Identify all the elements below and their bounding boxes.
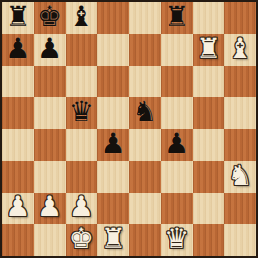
square-c6[interactable] [66,66,98,98]
square-b3[interactable] [34,161,66,193]
square-h3[interactable]: ♞ [224,161,256,193]
square-a1[interactable] [2,224,34,256]
white-knight[interactable]: ♞ [228,162,253,190]
square-d4[interactable]: ♟ [97,129,129,161]
square-e2[interactable] [129,193,161,225]
square-g1[interactable] [193,224,225,256]
white-bishop[interactable]: ♝ [228,35,253,63]
square-b1[interactable] [34,224,66,256]
square-c3[interactable] [66,161,98,193]
square-h6[interactable] [224,66,256,98]
white-king[interactable]: ♚ [69,225,94,253]
white-pawn[interactable]: ♟ [69,193,94,221]
square-d3[interactable] [97,161,129,193]
black-knight[interactable]: ♞ [132,98,157,126]
black-bishop[interactable]: ♝ [69,3,94,31]
square-f6[interactable] [161,66,193,98]
square-g7[interactable]: ♜ [193,34,225,66]
square-d7[interactable] [97,34,129,66]
square-d1[interactable]: ♜ [97,224,129,256]
black-pawn[interactable]: ♟ [164,130,189,158]
square-f1[interactable]: ♛ [161,224,193,256]
square-a4[interactable] [2,129,34,161]
chess-board: ♜♚♝♜♟♟♜♝♛♞♟♟♞♟♟♟♚♜♛ [2,2,256,256]
square-e4[interactable] [129,129,161,161]
square-f7[interactable] [161,34,193,66]
black-pawn[interactable]: ♟ [101,130,126,158]
square-f8[interactable]: ♜ [161,2,193,34]
square-f4[interactable]: ♟ [161,129,193,161]
square-a5[interactable] [2,97,34,129]
square-h1[interactable] [224,224,256,256]
square-a2[interactable]: ♟ [2,193,34,225]
square-h5[interactable] [224,97,256,129]
square-c5[interactable]: ♛ [66,97,98,129]
square-d5[interactable] [97,97,129,129]
square-b5[interactable] [34,97,66,129]
square-d8[interactable] [97,2,129,34]
square-e7[interactable] [129,34,161,66]
black-pawn[interactable]: ♟ [5,35,30,63]
square-g6[interactable] [193,66,225,98]
black-rook[interactable]: ♜ [5,3,30,31]
square-a3[interactable] [2,161,34,193]
white-pawn[interactable]: ♟ [5,193,30,221]
square-g3[interactable] [193,161,225,193]
square-e5[interactable]: ♞ [129,97,161,129]
black-pawn[interactable]: ♟ [37,35,62,63]
square-c2[interactable]: ♟ [66,193,98,225]
square-c4[interactable] [66,129,98,161]
black-king[interactable]: ♚ [37,3,62,31]
square-h4[interactable] [224,129,256,161]
white-queen[interactable]: ♛ [164,225,189,253]
square-c1[interactable]: ♚ [66,224,98,256]
square-a6[interactable] [2,66,34,98]
square-b8[interactable]: ♚ [34,2,66,34]
square-c8[interactable]: ♝ [66,2,98,34]
square-e6[interactable] [129,66,161,98]
square-a8[interactable]: ♜ [2,2,34,34]
square-g5[interactable] [193,97,225,129]
square-h8[interactable] [224,2,256,34]
square-c7[interactable] [66,34,98,66]
white-rook[interactable]: ♜ [196,35,221,63]
black-rook[interactable]: ♜ [164,3,189,31]
square-b4[interactable] [34,129,66,161]
square-d2[interactable] [97,193,129,225]
square-b7[interactable]: ♟ [34,34,66,66]
square-a7[interactable]: ♟ [2,34,34,66]
square-g2[interactable] [193,193,225,225]
square-e1[interactable] [129,224,161,256]
square-b6[interactable] [34,66,66,98]
square-f5[interactable] [161,97,193,129]
square-e3[interactable] [129,161,161,193]
square-g8[interactable] [193,2,225,34]
square-h7[interactable]: ♝ [224,34,256,66]
square-h2[interactable] [224,193,256,225]
square-e8[interactable] [129,2,161,34]
white-pawn[interactable]: ♟ [37,193,62,221]
square-f2[interactable] [161,193,193,225]
square-f3[interactable] [161,161,193,193]
square-d6[interactable] [97,66,129,98]
black-queen[interactable]: ♛ [69,98,94,126]
square-b2[interactable]: ♟ [34,193,66,225]
square-g4[interactable] [193,129,225,161]
white-rook[interactable]: ♜ [101,225,126,253]
chess-board-frame: ♜♚♝♜♟♟♜♝♛♞♟♟♞♟♟♟♚♜♛ [0,0,258,258]
